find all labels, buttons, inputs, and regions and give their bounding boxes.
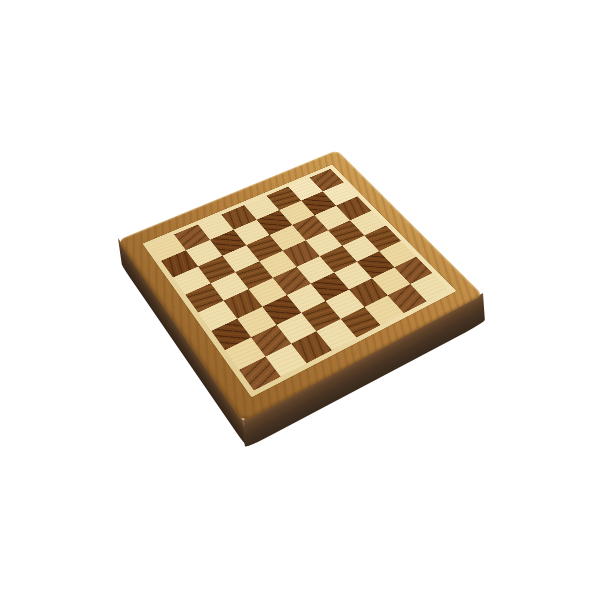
- product-photo[interactable]: [0, 0, 600, 600]
- chessboard-photo: [0, 0, 600, 600]
- chess-board: [118, 150, 483, 422]
